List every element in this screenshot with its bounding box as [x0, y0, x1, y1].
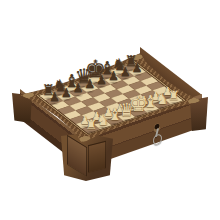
- black-pawn-a7[interactable]: ♟: [49, 90, 60, 102]
- black-pawn-f7[interactable]: ♟: [108, 70, 119, 82]
- white-knight-g1[interactable]: ♞: [155, 92, 168, 107]
- black-pawn-g7[interactable]: ♟: [120, 66, 131, 78]
- product-photo-canvas: ♜♞♝♛♚♝♞♜♟♟♟♟♟♟♟♟♟♟♟♟♟♟♟♟♜♞♝♛♚♝♞♜: [0, 0, 220, 220]
- black-pawn-e7[interactable]: ♟: [96, 74, 107, 86]
- white-rook-a1[interactable]: ♜: [85, 118, 97, 131]
- black-pawn-b7[interactable]: ♟: [61, 86, 72, 98]
- black-pawn-c7[interactable]: ♟: [72, 82, 83, 94]
- black-pawn-h7[interactable]: ♟: [132, 61, 143, 73]
- black-pawn-d7[interactable]: ♟: [84, 78, 95, 90]
- white-rook-h1[interactable]: ♜: [168, 89, 180, 102]
- pieces-layer: ♜♞♝♛♚♝♞♜♟♟♟♟♟♟♟♟♟♟♟♟♟♟♟♟♜♞♝♛♚♝♞♜: [0, 0, 220, 220]
